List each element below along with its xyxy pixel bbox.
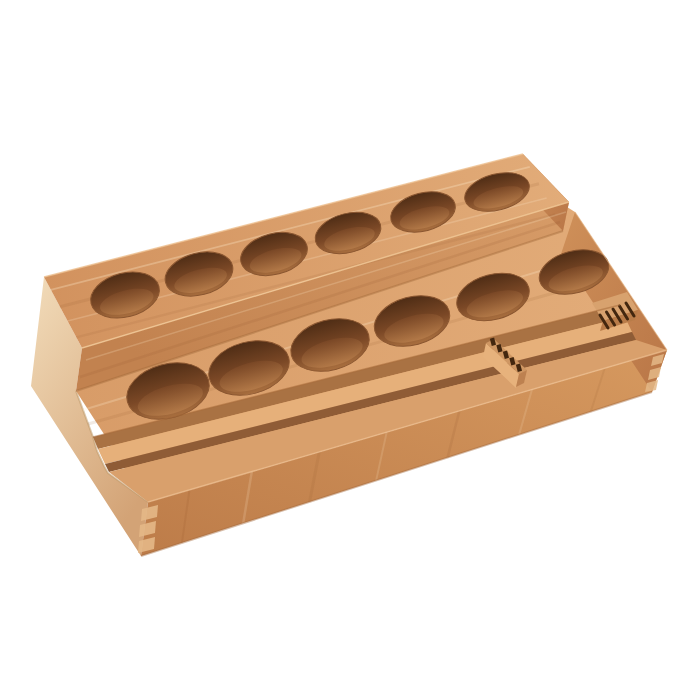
rack-illustration bbox=[0, 0, 700, 700]
product-photo bbox=[0, 0, 700, 700]
